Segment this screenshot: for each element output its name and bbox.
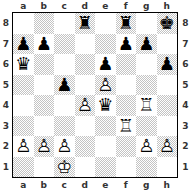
rank-label-6: 6 xyxy=(177,54,194,75)
square-b8[interactable] xyxy=(34,13,55,34)
rank-label-1: 1 xyxy=(177,157,194,178)
file-label-b: b xyxy=(34,0,55,12)
square-b4[interactable] xyxy=(34,95,55,116)
piece-white-pawn[interactable]: ♟♙ xyxy=(95,75,116,96)
rank-label-5: 5 xyxy=(0,75,12,96)
square-g8[interactable] xyxy=(136,13,157,34)
piece-black-pawn[interactable]: ♟ xyxy=(136,34,157,55)
square-f7[interactable]: ♟ xyxy=(116,34,137,55)
chess-diagram: abcdefgh 87654321 ♜♜♚♟♟♟♟♛♟♟♟♟♙♟♙♛♜♖♜♖♟♙… xyxy=(0,0,194,194)
file-label-a: a xyxy=(13,0,34,12)
square-g7[interactable]: ♟ xyxy=(136,34,157,55)
white-piece-outline-layer: ♖ xyxy=(136,95,157,116)
square-c8[interactable] xyxy=(54,13,75,34)
piece-black-pawn[interactable]: ♟ xyxy=(54,75,75,96)
white-piece-outline-layer: ♙ xyxy=(157,136,178,157)
rank-label-3: 3 xyxy=(0,116,12,137)
square-g1[interactable] xyxy=(136,157,157,178)
piece-white-pawn[interactable]: ♟♙ xyxy=(157,136,178,157)
square-c6[interactable] xyxy=(54,54,75,75)
square-h2[interactable]: ♟♙ xyxy=(157,136,178,157)
square-h5[interactable] xyxy=(157,75,178,96)
square-f3[interactable]: ♜♖ xyxy=(116,116,137,137)
square-d5[interactable] xyxy=(75,75,96,96)
square-a4[interactable] xyxy=(13,95,34,116)
piece-black-pawn[interactable]: ♟ xyxy=(157,54,178,75)
piece-black-pawn[interactable]: ♟ xyxy=(34,34,55,55)
square-c3[interactable] xyxy=(54,116,75,137)
square-d4[interactable]: ♟♙ xyxy=(75,95,96,116)
rank-label-4: 4 xyxy=(177,95,194,116)
file-label-c: c xyxy=(54,177,75,193)
square-c2[interactable]: ♟♙ xyxy=(54,136,75,157)
white-piece-outline-layer: ♙ xyxy=(95,75,116,96)
square-d6[interactable] xyxy=(75,54,96,75)
rank-label-8: 8 xyxy=(0,13,12,34)
file-label-a: a xyxy=(13,177,34,193)
square-f2[interactable] xyxy=(116,136,137,157)
square-h4[interactable] xyxy=(157,95,178,116)
rank-label-5: 5 xyxy=(177,75,194,96)
piece-black-queen[interactable]: ♛ xyxy=(95,95,116,116)
piece-white-pawn[interactable]: ♟♙ xyxy=(75,95,96,116)
white-piece-outline-layer: ♖ xyxy=(116,116,137,137)
square-f8[interactable]: ♜ xyxy=(116,13,137,34)
square-a2[interactable]: ♟♙ xyxy=(13,136,34,157)
square-a8[interactable] xyxy=(13,13,34,34)
piece-white-pawn[interactable]: ♟♙ xyxy=(136,136,157,157)
square-f6[interactable] xyxy=(116,54,137,75)
piece-white-pawn[interactable]: ♟♙ xyxy=(54,136,75,157)
square-b2[interactable]: ♟♙ xyxy=(34,136,55,157)
square-a5[interactable] xyxy=(13,75,34,96)
square-g5[interactable] xyxy=(136,75,157,96)
rank-label-2: 2 xyxy=(0,136,12,157)
square-g3[interactable] xyxy=(136,116,157,137)
piece-black-pawn[interactable]: ♟ xyxy=(95,54,116,75)
file-labels-top: abcdefgh xyxy=(13,0,177,12)
square-e2[interactable] xyxy=(95,136,116,157)
square-h1[interactable] xyxy=(157,157,178,178)
square-c1[interactable]: ♚♔ xyxy=(54,157,75,178)
piece-white-rook[interactable]: ♜♖ xyxy=(116,116,137,137)
square-e1[interactable] xyxy=(95,157,116,178)
piece-black-pawn[interactable]: ♟ xyxy=(116,34,137,55)
square-b3[interactable] xyxy=(34,116,55,137)
square-c7[interactable] xyxy=(54,34,75,55)
piece-white-rook[interactable]: ♜♖ xyxy=(136,95,157,116)
rank-label-7: 7 xyxy=(177,34,194,55)
piece-black-pawn[interactable]: ♟ xyxy=(13,34,34,55)
piece-black-rook[interactable]: ♜ xyxy=(116,13,137,34)
square-b5[interactable] xyxy=(34,75,55,96)
white-piece-outline-layer: ♙ xyxy=(13,136,34,157)
square-e5[interactable]: ♟♙ xyxy=(95,75,116,96)
piece-black-king[interactable]: ♚ xyxy=(157,13,178,34)
piece-white-king[interactable]: ♚♔ xyxy=(54,157,75,178)
square-d2[interactable] xyxy=(75,136,96,157)
square-f5[interactable] xyxy=(116,75,137,96)
file-label-g: g xyxy=(136,177,157,193)
square-c5[interactable]: ♟ xyxy=(54,75,75,96)
square-b7[interactable]: ♟ xyxy=(34,34,55,55)
square-a7[interactable]: ♟ xyxy=(13,34,34,55)
file-label-d: d xyxy=(75,177,96,193)
square-d3[interactable] xyxy=(75,116,96,137)
square-h3[interactable] xyxy=(157,116,178,137)
file-label-e: e xyxy=(95,0,116,12)
square-b1[interactable] xyxy=(34,157,55,178)
square-a3[interactable] xyxy=(13,116,34,137)
square-g2[interactable]: ♟♙ xyxy=(136,136,157,157)
white-piece-outline-layer: ♙ xyxy=(34,136,55,157)
square-h8[interactable]: ♚ xyxy=(157,13,178,34)
square-e6[interactable]: ♟ xyxy=(95,54,116,75)
file-label-d: d xyxy=(75,0,96,12)
file-label-b: b xyxy=(34,177,55,193)
rank-labels-right: 87654321 xyxy=(177,13,194,177)
rank-labels-left: 87654321 xyxy=(0,13,12,177)
file-label-c: c xyxy=(54,0,75,12)
square-d8[interactable]: ♜ xyxy=(75,13,96,34)
rank-label-1: 1 xyxy=(0,157,12,178)
piece-white-pawn[interactable]: ♟♙ xyxy=(34,136,55,157)
square-h7[interactable] xyxy=(157,34,178,55)
file-labels-bottom: abcdefgh xyxy=(13,177,177,193)
square-f1[interactable] xyxy=(116,157,137,178)
rank-label-3: 3 xyxy=(177,116,194,137)
square-a1[interactable] xyxy=(13,157,34,178)
file-label-f: f xyxy=(116,177,137,193)
square-e3[interactable] xyxy=(95,116,116,137)
square-g4[interactable]: ♜♖ xyxy=(136,95,157,116)
rank-label-6: 6 xyxy=(0,54,12,75)
rank-label-4: 4 xyxy=(0,95,12,116)
square-e8[interactable] xyxy=(95,13,116,34)
white-piece-outline-layer: ♙ xyxy=(54,136,75,157)
square-a6[interactable]: ♛ xyxy=(13,54,34,75)
white-piece-outline-layer: ♙ xyxy=(75,95,96,116)
square-d1[interactable] xyxy=(75,157,96,178)
square-h6[interactable]: ♟ xyxy=(157,54,178,75)
file-label-h: h xyxy=(157,0,178,12)
square-b6[interactable] xyxy=(34,54,55,75)
file-label-e: e xyxy=(95,177,116,193)
file-label-f: f xyxy=(116,0,137,12)
rank-label-7: 7 xyxy=(0,34,12,55)
file-label-g: g xyxy=(136,0,157,12)
white-piece-outline-layer: ♙ xyxy=(136,136,157,157)
piece-white-pawn[interactable]: ♟♙ xyxy=(13,136,34,157)
square-d7[interactable] xyxy=(75,34,96,55)
white-piece-outline-layer: ♔ xyxy=(54,157,75,178)
file-label-h: h xyxy=(157,177,178,193)
square-e7[interactable] xyxy=(95,34,116,55)
square-f4[interactable] xyxy=(116,95,137,116)
piece-black-rook[interactable]: ♜ xyxy=(75,13,96,34)
square-g6[interactable] xyxy=(136,54,157,75)
chess-board: ♜♜♚♟♟♟♟♛♟♟♟♟♙♟♙♛♜♖♜♖♟♙♟♙♟♙♟♙♟♙♚♔ xyxy=(12,12,178,178)
square-c4[interactable] xyxy=(54,95,75,116)
rank-label-2: 2 xyxy=(177,136,194,157)
rank-label-8: 8 xyxy=(177,13,194,34)
piece-black-queen[interactable]: ♛ xyxy=(13,54,34,75)
square-e4[interactable]: ♛ xyxy=(95,95,116,116)
